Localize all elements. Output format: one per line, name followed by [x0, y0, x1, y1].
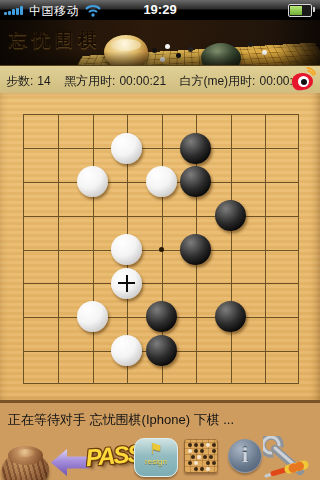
black-stone — [180, 133, 211, 164]
grid-line — [231, 115, 232, 383]
white-time-label: 白方(me)用时: — [179, 74, 255, 88]
toolbar: PASS ⚑ resign i — [0, 436, 320, 480]
star-point — [159, 247, 164, 252]
moves-label: 步数: — [6, 74, 33, 88]
white-stone — [111, 133, 142, 164]
white-stone — [111, 335, 142, 366]
white-stone — [77, 166, 108, 197]
resign-button[interactable]: ⚑ resign — [134, 438, 178, 477]
black-time-label: 黑方用时: — [64, 74, 115, 88]
app-screen: 中国移动 19:29 忘忧围棋 步数:14 黑方用时:00:00:21 白方(m… — [0, 0, 320, 480]
white-stone — [146, 166, 177, 197]
white-stone — [111, 234, 142, 265]
settings-button[interactable] — [263, 436, 309, 480]
tools-icon — [263, 436, 309, 480]
battery-icon — [288, 4, 312, 17]
info-button[interactable]: i — [228, 439, 262, 473]
resign-flag-icon: ⚑ — [135, 440, 177, 457]
grid-line — [265, 115, 266, 383]
white-stone — [77, 301, 108, 332]
back-arrow-button[interactable] — [51, 449, 89, 476]
bottom-panel: 正在等待对手 忘忧围棋(Iphone) 下棋 ... PASS ⚑ resign… — [0, 403, 320, 480]
black-stone — [215, 200, 246, 231]
app-title: 忘忧围棋 — [9, 28, 101, 52]
title-bar: 忘忧围棋 — [0, 20, 320, 65]
mini-board-icon — [188, 443, 192, 447]
grid-line — [24, 283, 298, 284]
game-info-text: 步数:14 黑方用时:00:00:21 白方(me)用时:00:00:13 — [6, 73, 306, 90]
last-move-marker — [126, 275, 128, 292]
weibo-share-icon[interactable] — [292, 69, 316, 91]
battery-cap — [313, 7, 315, 12]
stones-bowl-button[interactable] — [2, 446, 49, 480]
black-stone — [180, 166, 211, 197]
game-board-button[interactable] — [184, 439, 218, 473]
resign-label: resign — [135, 457, 177, 466]
white-stone — [111, 268, 142, 299]
black-time: 00:00:21 — [119, 74, 166, 88]
black-stone — [146, 301, 177, 332]
moves-count: 14 — [37, 74, 50, 88]
game-info-bar: 步数:14 黑方用时:00:00:21 白方(me)用时:00:00:13 — [0, 65, 320, 93]
status-bar: 中国移动 19:29 — [0, 0, 320, 20]
go-board — [0, 93, 320, 403]
status-message: 正在等待对手 忘忧围棋(Iphone) 下棋 ... — [8, 411, 234, 429]
status-time: 19:29 — [0, 2, 320, 17]
black-stone — [215, 301, 246, 332]
black-stone — [146, 335, 177, 366]
black-stone — [180, 234, 211, 265]
bowl-knob-icon — [16, 449, 35, 457]
board-grid[interactable] — [23, 114, 299, 384]
pass-button[interactable]: PASS — [85, 440, 138, 478]
